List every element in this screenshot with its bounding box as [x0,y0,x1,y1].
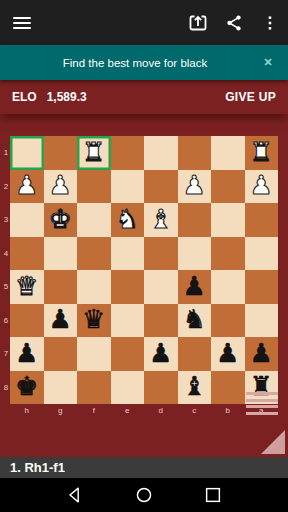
overflow-menu-button[interactable]: ⋮ [252,0,288,45]
square-f6[interactable]: ♛ [77,304,111,338]
instruction-banner: Find the best move for black ✕ [0,45,288,80]
square-e4[interactable] [111,237,145,271]
square-f3[interactable] [77,203,111,237]
square-g3[interactable]: ♚ [44,203,78,237]
file-label-f: f [77,404,111,417]
nav-recents-button[interactable] [193,478,233,512]
give-up-button[interactable]: GIVE UP [225,90,276,104]
square-d6[interactable] [144,304,178,338]
nav-back-button[interactable] [55,478,95,512]
square-f2[interactable] [77,170,111,204]
share-button[interactable] [216,0,252,45]
elo-value: 1,589.3 [47,90,87,104]
piece-white-b-d3: ♝ [149,206,172,232]
square-h7[interactable]: ♟ [10,337,44,371]
square-b3[interactable] [211,203,245,237]
piece-white-p-a2: ♟ [250,172,273,198]
share-icon [225,14,243,32]
piece-black-k-h8: ♚ [15,373,38,399]
open-in-browser-button[interactable] [180,0,216,45]
square-b8[interactable] [211,371,245,405]
square-g1[interactable] [44,136,78,170]
board-zone: ♜♜♟♟♟♟♚♞♝♛♟♟♛♞♟♟♟♟♚♝♜ 12345678 hgfedcba [10,136,278,417]
square-h6[interactable] [10,304,44,338]
square-e6[interactable] [111,304,145,338]
square-b1[interactable] [211,136,245,170]
piece-black-q-f6: ♛ [82,306,105,332]
square-e8[interactable] [111,371,145,405]
open-in-browser-icon [188,13,208,33]
square-g2[interactable]: ♟ [44,170,78,204]
square-h5[interactable]: ♛ [10,270,44,304]
piece-black-b-c8: ♝ [183,373,206,399]
square-a3[interactable] [245,203,279,237]
rank-label-8: 8 [2,371,10,405]
recents-icon [203,485,223,505]
file-label-c: c [178,404,212,417]
file-label-b: b [211,404,245,417]
square-h3[interactable] [10,203,44,237]
piece-black-p-d7: ♟ [149,340,172,366]
square-d3[interactable]: ♝ [144,203,178,237]
square-f8[interactable] [77,371,111,405]
top-app-bar: ⋮ [0,0,288,45]
rank-label-5: 5 [2,270,10,304]
square-e2[interactable] [111,170,145,204]
square-c3[interactable] [178,203,212,237]
piece-white-r-a1: ♜ [250,139,273,165]
instruction-text: Find the best move for black [0,57,248,69]
square-d5[interactable] [144,270,178,304]
square-a1[interactable]: ♜ [245,136,279,170]
square-d8[interactable] [144,371,178,405]
game-area: ELO 1,589.3 GIVE UP ♜♜♟♟♟♟♚♞♝♛♟♟♛♞♟♟♟♟♚♝… [0,80,288,457]
rank-label-6: 6 [2,304,10,338]
file-label-e: e [111,404,145,417]
piece-white-q-h5: ♛ [15,273,38,299]
overflow-menu-icon: ⋮ [262,15,278,31]
rank-label-3: 3 [2,203,10,237]
square-c7[interactable] [178,337,212,371]
square-f4[interactable] [77,237,111,271]
piece-black-p-b7: ♟ [216,340,239,366]
square-h2[interactable]: ♟ [10,170,44,204]
square-c4[interactable] [178,237,212,271]
menu-button[interactable] [0,0,44,45]
square-d1[interactable] [144,136,178,170]
square-c2[interactable]: ♟ [178,170,212,204]
status-row: ELO 1,589.3 GIVE UP [0,80,288,114]
app-screen: ⋮ Find the best move for black ✕ ELO 1,5… [0,0,288,512]
square-f5[interactable] [77,270,111,304]
square-b6[interactable] [211,304,245,338]
piece-white-r-f1: ♜ [82,139,105,165]
rank-label-4: 4 [2,237,10,271]
square-a2[interactable]: ♟ [245,170,279,204]
square-b2[interactable] [211,170,245,204]
last-move-text: 1. Rh1-f1 [0,460,65,475]
square-a7[interactable]: ♟ [245,337,279,371]
square-d4[interactable] [144,237,178,271]
piece-white-p-g2: ♟ [49,172,72,198]
nav-home-button[interactable] [124,478,164,512]
file-label-d: d [144,404,178,417]
square-b5[interactable] [211,270,245,304]
square-h4[interactable] [10,237,44,271]
square-e1[interactable] [111,136,145,170]
rank-label-7: 7 [2,337,10,371]
square-g5[interactable] [44,270,78,304]
square-c1[interactable] [178,136,212,170]
square-g8[interactable] [44,371,78,405]
piece-black-p-c5: ♟ [183,273,206,299]
back-icon [65,485,85,505]
piece-white-n-e3: ♞ [116,206,139,232]
square-c6[interactable]: ♞ [178,304,212,338]
square-e5[interactable] [111,270,145,304]
elo-label: ELO [12,90,37,104]
hamburger-icon [13,14,31,32]
banner-close-button[interactable]: ✕ [248,56,288,69]
square-b7[interactable]: ♟ [211,337,245,371]
square-c5[interactable]: ♟ [178,270,212,304]
square-a6[interactable] [245,304,279,338]
rank-label-2: 2 [2,170,10,204]
square-d7[interactable]: ♟ [144,337,178,371]
square-g4[interactable] [44,237,78,271]
square-e3[interactable]: ♞ [111,203,145,237]
piece-black-p-g6: ♟ [49,306,72,332]
piece-black-n-c6: ♞ [183,306,206,332]
chess-board: ♜♜♟♟♟♟♚♞♝♛♟♟♛♞♟♟♟♟♚♝♜ [10,136,278,404]
square-b4[interactable] [211,237,245,271]
square-d2[interactable] [144,170,178,204]
move-bar: 1. Rh1-f1 [0,457,288,478]
square-f1[interactable]: ♜ [77,136,111,170]
square-e7[interactable] [111,337,145,371]
square-h8[interactable]: ♚ [10,371,44,405]
square-g6[interactable]: ♟ [44,304,78,338]
square-a4[interactable] [245,237,279,271]
move-list-button[interactable] [246,392,278,418]
square-f7[interactable] [77,337,111,371]
file-label-h: h [10,404,44,417]
resize-corner-handle[interactable] [261,430,285,454]
move-list-icon [246,392,278,395]
square-c8[interactable]: ♝ [178,371,212,405]
square-h1[interactable] [10,136,44,170]
piece-white-p-c2: ♟ [183,172,206,198]
home-icon [134,485,154,505]
piece-white-p-h2: ♟ [15,172,38,198]
rank-label-1: 1 [2,136,10,170]
android-nav-bar [0,478,288,512]
piece-black-p-h7: ♟ [15,340,38,366]
piece-white-k-g3: ♚ [49,206,72,232]
piece-black-p-a7: ♟ [250,340,273,366]
square-g7[interactable] [44,337,78,371]
file-labels: hgfedcba [10,404,278,417]
file-label-g: g [44,404,78,417]
square-a5[interactable] [245,270,279,304]
